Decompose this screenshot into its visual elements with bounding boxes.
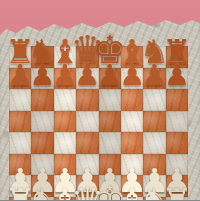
square-b6[interactable] [31,89,53,111]
square-f6[interactable] [121,89,143,111]
square-h5[interactable] [166,111,188,133]
square-g5[interactable] [143,111,165,133]
square-e5[interactable] [99,111,121,133]
piece-black-pawn[interactable]: ♟ [142,62,168,89]
square-g7[interactable]: ♟ [143,68,165,90]
square-h4[interactable] [166,132,188,154]
piece-black-pawn[interactable]: ♟ [7,62,33,89]
square-b4[interactable] [31,132,53,154]
square-c5[interactable] [54,111,76,133]
square-d5[interactable] [76,111,98,133]
square-c4[interactable] [54,132,76,154]
square-c6[interactable] [54,89,76,111]
square-d7[interactable]: ♟ [76,68,98,90]
square-f5[interactable] [121,111,143,133]
photo-scene: ♜♞♝♛♚♝♞♜♟♟♟♟♟♟♟♟♟♟♟♟♟♟♟♟♜♞♝♛♚♝♞♜ [0,0,200,200]
piece-white-knight[interactable]: ♞ [138,185,170,200]
square-f4[interactable] [121,132,143,154]
square-d1[interactable]: ♛ [76,197,98,201]
square-b5[interactable] [31,111,53,133]
piece-black-pawn[interactable]: ♟ [74,62,100,89]
square-a7[interactable]: ♟ [9,68,31,90]
chess-board: ♜♞♝♛♚♝♞♜♟♟♟♟♟♟♟♟♟♟♟♟♟♟♟♟♜♞♝♛♚♝♞♜ [0,0,200,200]
square-a1[interactable]: ♜ [9,197,31,201]
square-e4[interactable] [99,132,121,154]
board-grid: ♜♞♝♛♚♝♞♜♟♟♟♟♟♟♟♟♟♟♟♟♟♟♟♟♜♞♝♛♚♝♞♜ [9,46,188,200]
square-g4[interactable] [143,132,165,154]
square-a4[interactable] [9,132,31,154]
square-d4[interactable] [76,132,98,154]
piece-white-queen[interactable]: ♛ [71,184,104,200]
piece-white-rook[interactable]: ♜ [4,185,36,200]
square-g1[interactable]: ♞ [143,197,165,201]
square-h6[interactable] [166,89,188,111]
square-a5[interactable] [9,111,31,133]
square-e6[interactable] [99,89,121,111]
